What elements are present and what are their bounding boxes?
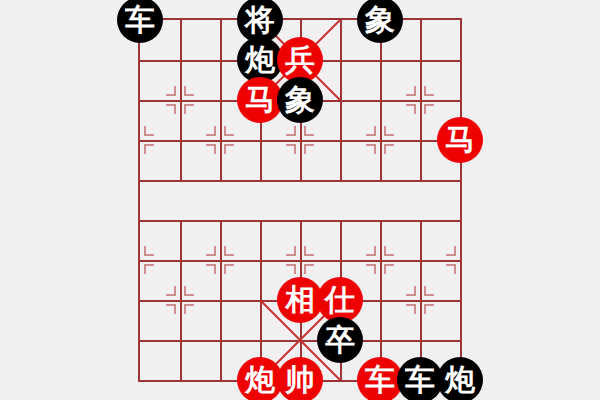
piece-red-general[interactable]: 帅	[277, 357, 323, 400]
position-marker	[286, 126, 296, 136]
board-cell	[260, 180, 300, 220]
position-marker	[304, 144, 314, 154]
position-marker	[144, 144, 154, 154]
board-cell	[420, 20, 460, 60]
xiangqi-board[interactable]: 车将象炮兵马象马相仕卒炮帅车车炮	[0, 0, 600, 400]
position-marker	[166, 286, 176, 296]
position-marker	[184, 304, 194, 314]
position-marker	[166, 304, 176, 314]
position-marker	[206, 144, 216, 154]
position-marker	[166, 104, 176, 114]
piece-black-cannon[interactable]: 炮	[437, 357, 483, 400]
position-marker	[184, 104, 194, 114]
position-marker	[424, 86, 434, 96]
position-marker	[384, 144, 394, 154]
piece-red-horse[interactable]: 马	[437, 117, 483, 163]
piece-black-soldier[interactable]: 卒	[317, 317, 363, 363]
board-cell	[220, 180, 260, 220]
position-marker	[224, 144, 234, 154]
board-cell	[180, 340, 220, 380]
board-cell	[140, 180, 180, 220]
position-marker	[366, 144, 376, 154]
position-marker	[424, 104, 434, 114]
position-marker	[206, 246, 216, 256]
position-marker	[446, 246, 456, 256]
board-cell	[420, 180, 460, 220]
position-marker	[384, 246, 394, 256]
position-marker	[366, 246, 376, 256]
position-marker	[424, 304, 434, 314]
position-marker	[406, 304, 416, 314]
board-cell	[300, 180, 340, 220]
board-cell	[220, 300, 260, 340]
piece-black-elephant[interactable]: 象	[277, 77, 323, 123]
position-marker	[304, 126, 314, 136]
position-marker	[206, 126, 216, 136]
board-cell	[180, 20, 220, 60]
position-marker	[406, 86, 416, 96]
position-marker	[286, 264, 296, 274]
position-marker	[166, 86, 176, 96]
position-marker	[184, 86, 194, 96]
position-marker	[224, 246, 234, 256]
screenshot-root: 车将象炮兵马象马相仕卒炮帅车车炮	[0, 0, 600, 400]
position-marker	[366, 126, 376, 136]
position-marker	[384, 126, 394, 136]
position-marker	[406, 286, 416, 296]
position-marker	[304, 264, 314, 274]
position-marker	[424, 286, 434, 296]
position-marker	[286, 246, 296, 256]
board-cell	[140, 340, 180, 380]
position-marker	[366, 264, 376, 274]
position-marker	[304, 246, 314, 256]
position-marker	[184, 286, 194, 296]
position-marker	[144, 246, 154, 256]
board-cell	[340, 180, 380, 220]
board-cell	[180, 180, 220, 220]
position-marker	[206, 264, 216, 274]
board-cell	[340, 60, 380, 100]
position-marker	[224, 264, 234, 274]
position-marker	[406, 104, 416, 114]
position-marker	[286, 144, 296, 154]
position-marker	[224, 126, 234, 136]
position-marker	[446, 264, 456, 274]
position-marker	[144, 126, 154, 136]
board-cell	[380, 180, 420, 220]
position-marker	[144, 264, 154, 274]
position-marker	[384, 264, 394, 274]
